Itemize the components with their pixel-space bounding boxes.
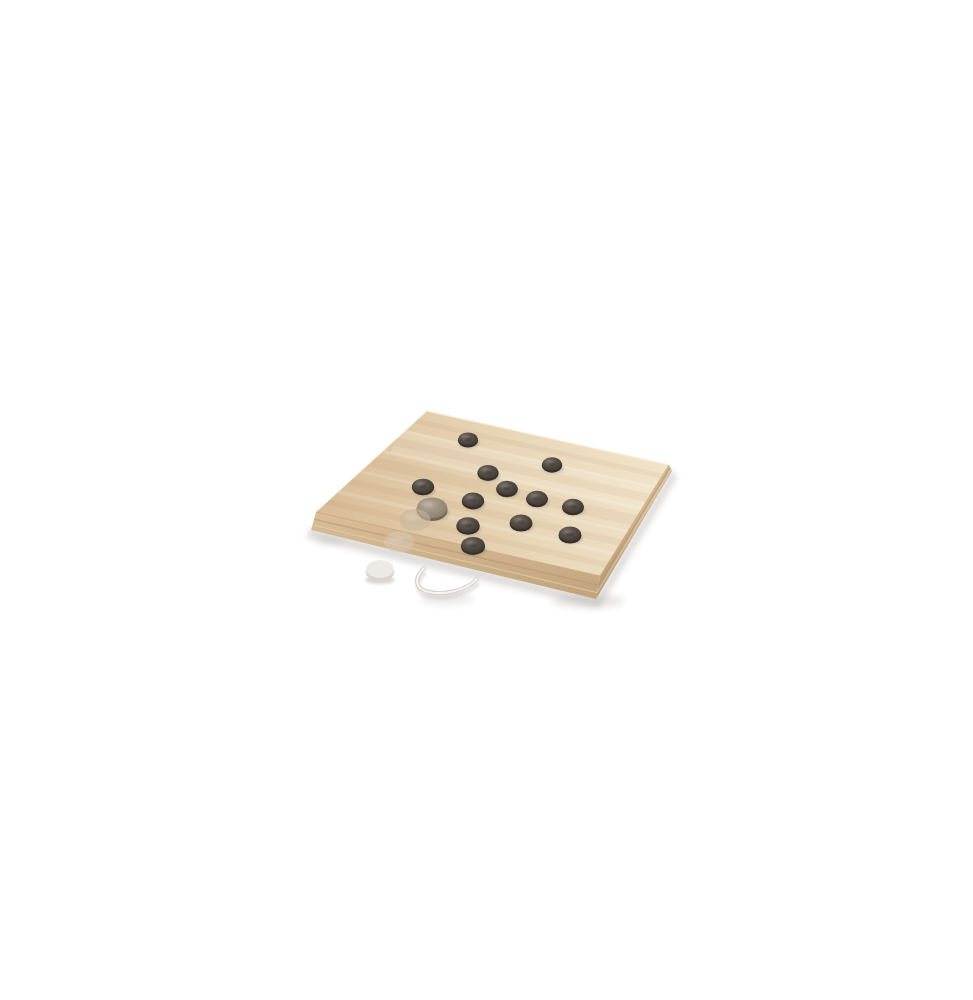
- puck-rim-highlight: [460, 434, 469, 438]
- puck-center-dimple: [570, 505, 577, 509]
- puck-center-dimple: [465, 524, 472, 528]
- motion-ghost-highlight-1: [404, 514, 420, 520]
- board-group[interactable]: [294, 411, 692, 599]
- puck-center-dimple: [485, 471, 492, 475]
- puck-center-dimple: [470, 544, 477, 548]
- puck-rim-highlight: [513, 517, 522, 521]
- striker-rim-highlight: [421, 501, 434, 506]
- product-photo: [0, 0, 973, 1000]
- puck-center-dimple: [465, 438, 472, 442]
- fallen-puck-group[interactable]: [365, 560, 395, 584]
- puck-center-dimple: [534, 497, 541, 501]
- floor-shadow-3: [316, 536, 344, 544]
- puck-rim-highlight: [465, 495, 474, 499]
- puck-center-dimple: [549, 463, 556, 467]
- scene-svg: [0, 0, 973, 1000]
- puck-rim-highlight: [465, 540, 474, 544]
- puck-rim-highlight: [460, 520, 469, 524]
- puck-rim-highlight: [529, 493, 538, 497]
- fallen-puck[interactable]: [366, 560, 393, 578]
- puck-rim-highlight: [565, 501, 574, 505]
- puck-center-dimple: [470, 499, 477, 503]
- puck-rim-highlight: [480, 467, 489, 471]
- puck-rim-highlight: [562, 529, 571, 533]
- puck-center-dimple: [420, 485, 427, 489]
- puck-rim-highlight: [415, 481, 424, 485]
- puck-rim-highlight: [499, 483, 508, 487]
- motion-ghost-highlight-2: [389, 537, 404, 543]
- puck-center-dimple: [504, 487, 511, 491]
- puck-center-dimple: [567, 533, 574, 537]
- puck-center-dimple: [518, 521, 525, 525]
- puck-rim-highlight: [544, 459, 553, 463]
